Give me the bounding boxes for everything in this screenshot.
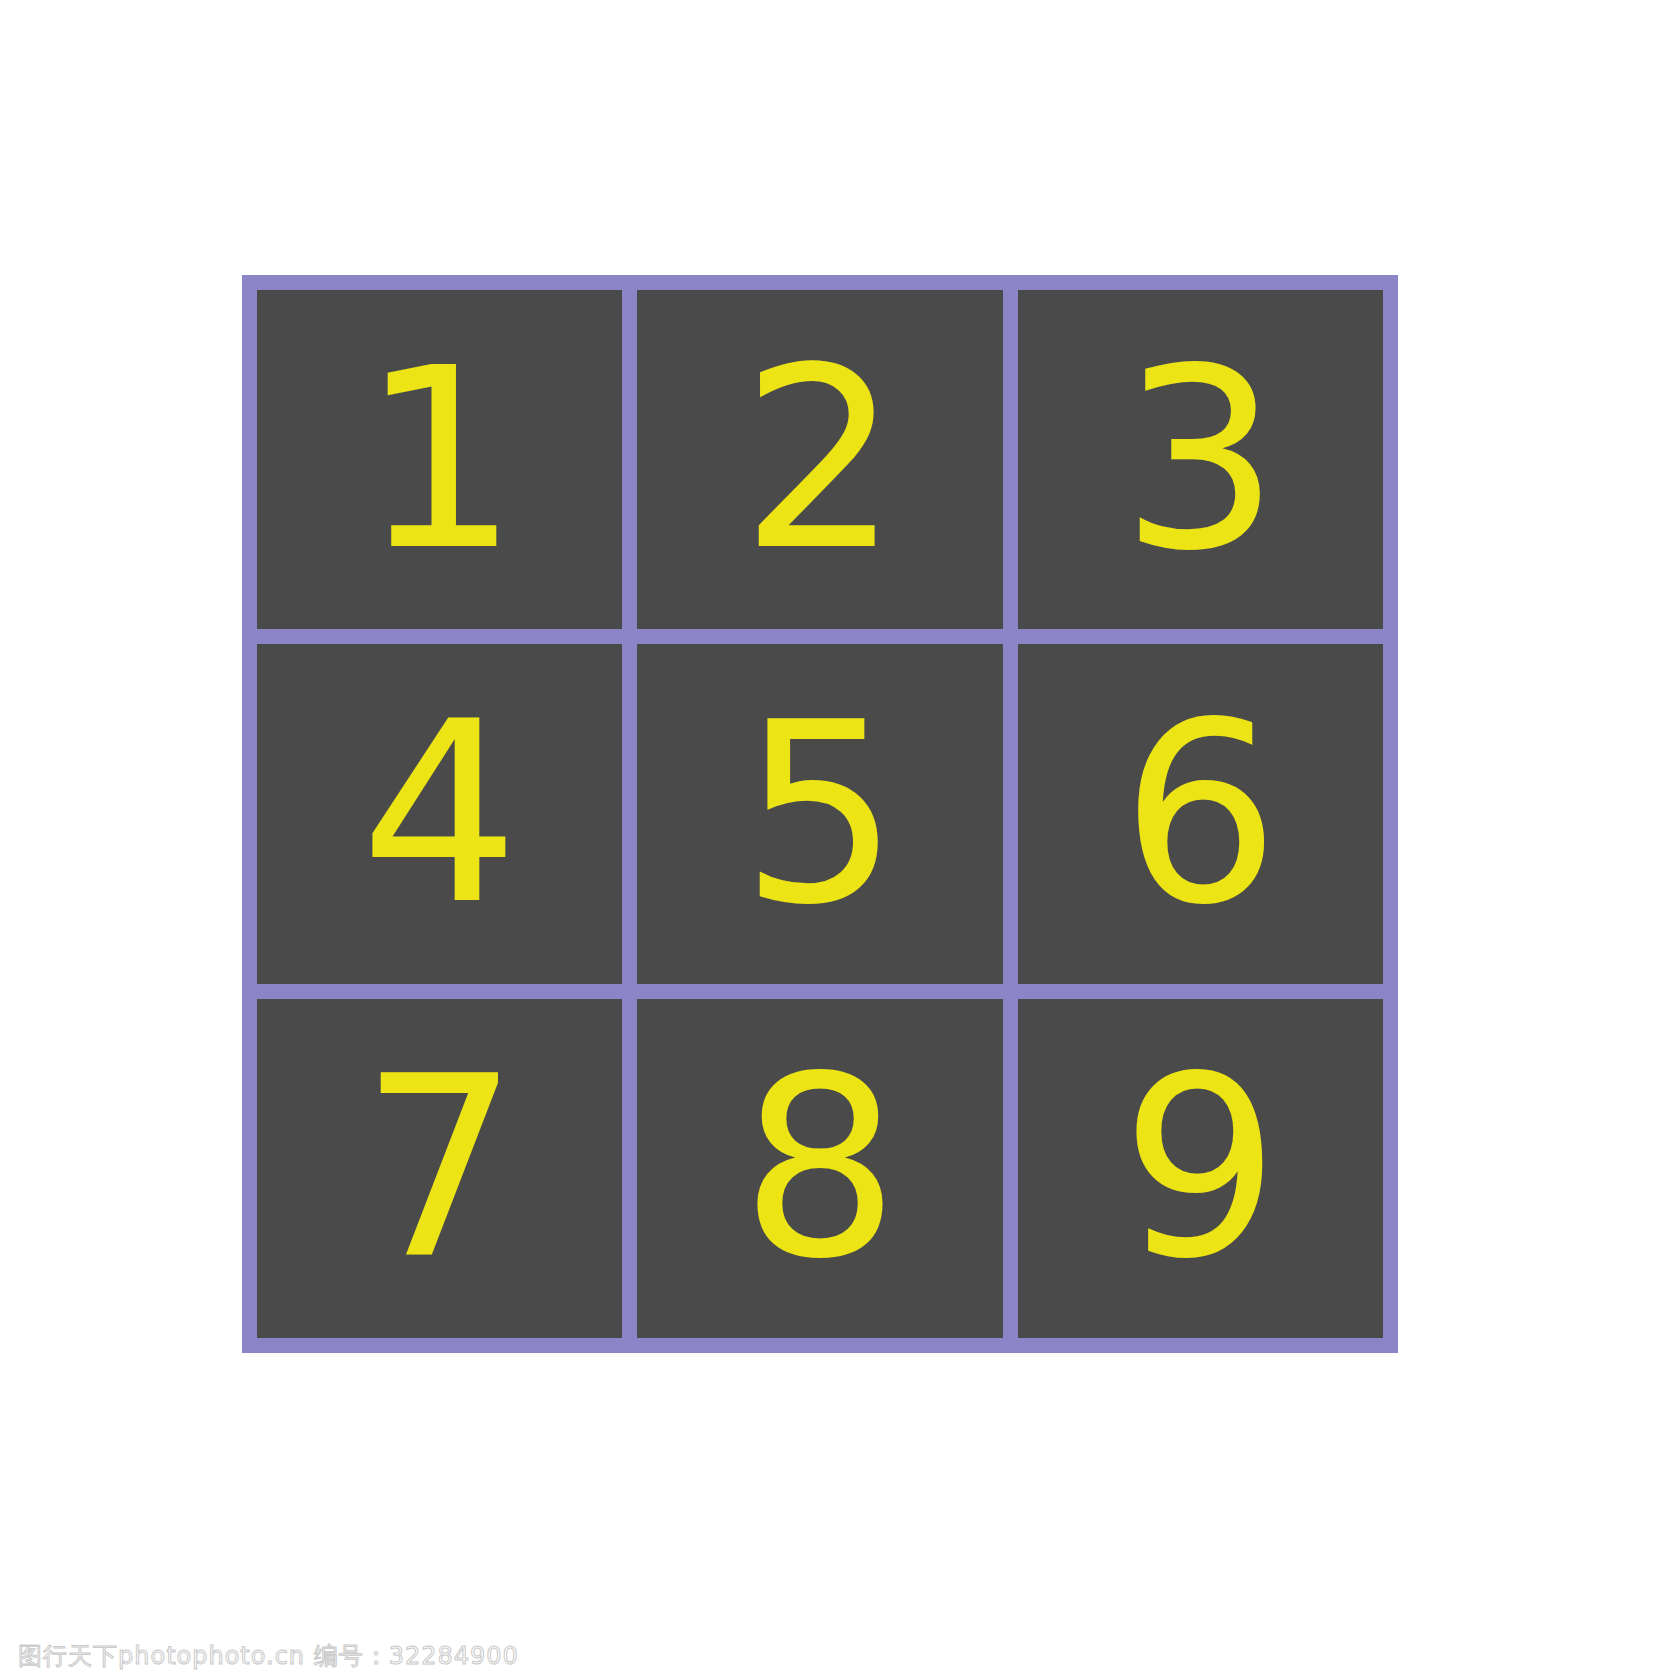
grid-cell-r2c3[interactable]: 6	[1018, 644, 1383, 983]
grid-cell-r1c3[interactable]: 3	[1018, 290, 1383, 629]
cell-number: 7	[360, 1043, 519, 1293]
cell-number: 4	[360, 689, 519, 939]
cell-number: 8	[740, 1043, 899, 1293]
grid-cell-r2c2[interactable]: 5	[637, 644, 1002, 983]
cell-number: 3	[1121, 335, 1280, 585]
grid-cell-r1c2[interactable]: 2	[637, 290, 1002, 629]
grid-cell-r3c2[interactable]: 8	[637, 999, 1002, 1338]
number-grid-board: 1 2 3 4 5 6 7 8 9	[242, 275, 1398, 1353]
grid-cell-r3c1[interactable]: 7	[257, 999, 622, 1338]
grid-cell-r2c1[interactable]: 4	[257, 644, 622, 983]
cell-number: 6	[1121, 689, 1280, 939]
grid-cell-r3c3[interactable]: 9	[1018, 999, 1383, 1338]
cell-number: 9	[1121, 1043, 1280, 1293]
cell-number: 2	[740, 335, 899, 585]
grid-cell-r1c1[interactable]: 1	[257, 290, 622, 629]
cell-number: 5	[740, 689, 899, 939]
site-watermark: 图行天下photophoto.cn 编号：32284900	[18, 1640, 519, 1672]
cell-number: 1	[360, 335, 519, 585]
